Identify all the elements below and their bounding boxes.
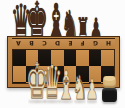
board-square [101, 50, 114, 66]
file-label-g: G [89, 39, 102, 49]
file-label-f: F [76, 39, 89, 49]
file-label-d: D [51, 39, 64, 49]
chess-set-photo: ♛♚♝♞♜♟ ABCDEFGH ♚♛♝♞♟ [0, 0, 125, 108]
board-square [13, 50, 26, 66]
file-label-c: C [38, 39, 51, 49]
light-pawn-piece: ♟ [86, 79, 99, 101]
board-square [13, 66, 26, 82]
file-label-e: E [64, 39, 77, 49]
file-label-a: A [12, 39, 25, 49]
file-labels: ABCDEFGH [12, 38, 115, 49]
checker-piece-dark [102, 88, 117, 102]
board-square [76, 50, 89, 66]
file-label-b: B [25, 39, 38, 49]
board-square [89, 50, 102, 66]
board-square [13, 82, 26, 83]
checker-piece-light [103, 76, 116, 88]
file-label-h: H [102, 39, 115, 49]
